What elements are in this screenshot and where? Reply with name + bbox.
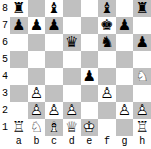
black-king-icon: ♚ [98, 17, 116, 34]
square-h6[interactable]: ♟ [133, 34, 151, 51]
black-pawn-icon: ♟ [45, 17, 63, 34]
square-d2[interactable]: ♟♙ [63, 102, 81, 119]
square-e4[interactable]: ♟ [81, 68, 99, 85]
square-b5[interactable] [28, 51, 46, 68]
square-g2[interactable]: ♟♙ [116, 102, 134, 119]
square-h1[interactable]: ♜♖ [133, 119, 151, 136]
file-label-f: f [98, 136, 116, 149]
rank-label-3: 3 [0, 85, 10, 102]
square-d3[interactable] [63, 85, 81, 102]
square-h5[interactable] [133, 51, 151, 68]
rank-label-7: 7 [0, 17, 10, 34]
square-f4[interactable] [98, 68, 116, 85]
square-a6[interactable] [10, 34, 28, 51]
file-label-d: d [63, 136, 81, 149]
square-g3[interactable] [116, 85, 134, 102]
square-e5[interactable] [81, 51, 99, 68]
square-f7[interactable]: ♚ [98, 17, 116, 34]
square-a8[interactable]: ♜ [10, 0, 28, 17]
square-c6[interactable] [45, 34, 63, 51]
rank-label-4: 4 [0, 68, 10, 85]
rank-label-8: 8 [0, 0, 10, 17]
square-e7[interactable] [81, 17, 99, 34]
file-labels: abcdefgh [10, 136, 151, 149]
square-a3[interactable] [10, 85, 28, 102]
white-knight-icon: ♞♘ [133, 68, 151, 85]
file-label-h: h [133, 136, 151, 149]
square-h3[interactable] [133, 85, 151, 102]
rank-label-6: 6 [0, 34, 10, 51]
square-f1[interactable] [98, 119, 116, 136]
white-pawn-icon: ♟♙ [98, 85, 116, 102]
black-pawn-icon: ♟ [28, 17, 46, 34]
rank-label-2: 2 [0, 102, 10, 119]
square-c3[interactable] [45, 85, 63, 102]
white-pawn-icon: ♟♙ [133, 102, 151, 119]
square-a2[interactable] [10, 102, 28, 119]
white-rook-icon: ♜♖ [133, 119, 151, 136]
file-label-g: g [116, 136, 134, 149]
square-e6[interactable] [81, 34, 99, 51]
square-a7[interactable]: ♟ [10, 17, 28, 34]
file-label-b: b [28, 136, 46, 149]
square-a4[interactable] [10, 68, 28, 85]
square-e2[interactable] [81, 102, 99, 119]
square-g4[interactable] [116, 68, 134, 85]
square-b2[interactable]: ♟♙ [28, 102, 46, 119]
square-d7[interactable] [63, 17, 81, 34]
square-f6[interactable]: ♞ [98, 34, 116, 51]
square-c8[interactable]: ♝ [45, 0, 63, 17]
rank-label-5: 5 [0, 51, 10, 68]
square-f2[interactable] [98, 102, 116, 119]
square-e3[interactable] [81, 85, 99, 102]
black-knight-icon: ♞ [98, 34, 116, 51]
square-c4[interactable] [45, 68, 63, 85]
black-pawn-icon: ♟ [81, 68, 99, 85]
square-d6[interactable]: ♛ [63, 34, 81, 51]
square-c7[interactable]: ♟ [45, 17, 63, 34]
black-bishop-icon: ♝ [45, 0, 63, 17]
square-b3[interactable]: ♟♙ [28, 85, 46, 102]
white-knight-icon: ♞♘ [28, 119, 46, 136]
file-label-c: c [45, 136, 63, 149]
square-c5[interactable] [45, 51, 63, 68]
white-king-icon: ♚♔ [81, 119, 99, 136]
square-b6[interactable] [28, 34, 46, 51]
square-h8[interactable]: ♜ [133, 0, 151, 17]
white-queen-icon: ♛♕ [63, 119, 81, 136]
white-bishop-icon: ♝♗ [45, 119, 63, 136]
chess-diagram: 87654321 ♜♝♝♜♟♟♟♚♟♛♞♟♟♞♘♟♙♟♙♟♙♟♙♟♙♟♙♟♙♜♖… [0, 0, 151, 149]
square-h7[interactable] [133, 17, 151, 34]
white-pawn-icon: ♟♙ [28, 85, 46, 102]
white-pawn-icon: ♟♙ [116, 102, 134, 119]
black-pawn-icon: ♟ [10, 17, 28, 34]
square-e8[interactable] [81, 0, 99, 17]
black-rook-icon: ♜ [133, 0, 151, 17]
square-h4[interactable]: ♞♘ [133, 68, 151, 85]
white-pawn-icon: ♟♙ [45, 102, 63, 119]
square-f3[interactable]: ♟♙ [98, 85, 116, 102]
white-pawn-icon: ♟♙ [28, 102, 46, 119]
square-f8[interactable]: ♝ [98, 0, 116, 17]
square-g1[interactable] [116, 119, 134, 136]
square-d5[interactable] [63, 51, 81, 68]
rank-labels: 87654321 [0, 0, 10, 136]
square-c1[interactable]: ♝♗ [45, 119, 63, 136]
square-e1[interactable]: ♚♔ [81, 119, 99, 136]
square-b4[interactable] [28, 68, 46, 85]
square-b7[interactable]: ♟ [28, 17, 46, 34]
black-queen-icon: ♛ [63, 34, 81, 51]
white-pawn-icon: ♟♙ [63, 102, 81, 119]
square-g5[interactable] [116, 51, 134, 68]
square-d4[interactable] [63, 68, 81, 85]
black-pawn-icon: ♟ [116, 17, 134, 34]
square-g7[interactable]: ♟ [116, 17, 134, 34]
square-b8[interactable] [28, 0, 46, 17]
square-a1[interactable]: ♜♖ [10, 119, 28, 136]
square-g8[interactable] [116, 0, 134, 17]
black-bishop-icon: ♝ [98, 0, 116, 17]
file-label-a: a [10, 136, 28, 149]
square-h2[interactable]: ♟♙ [133, 102, 151, 119]
square-a5[interactable] [10, 51, 28, 68]
white-rook-icon: ♜♖ [10, 119, 28, 136]
chess-board: ♜♝♝♜♟♟♟♚♟♛♞♟♟♞♘♟♙♟♙♟♙♟♙♟♙♟♙♟♙♜♖♞♘♝♗♛♕♚♔♜… [10, 0, 151, 136]
square-c2[interactable]: ♟♙ [45, 102, 63, 119]
square-f5[interactable] [98, 51, 116, 68]
black-rook-icon: ♜ [10, 0, 28, 17]
square-g6[interactable] [116, 34, 134, 51]
rank-label-1: 1 [0, 119, 10, 136]
file-label-e: e [81, 136, 99, 149]
square-b1[interactable]: ♞♘ [28, 119, 46, 136]
black-pawn-icon: ♟ [133, 34, 151, 51]
square-d8[interactable] [63, 0, 81, 17]
square-d1[interactable]: ♛♕ [63, 119, 81, 136]
